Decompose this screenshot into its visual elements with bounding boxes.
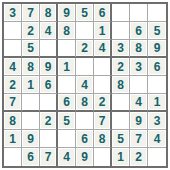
sudoku-page: 3789562481655243894891236216487682418257…: [0, 0, 170, 170]
sudoku-cell[interactable]: 5: [148, 22, 166, 40]
sudoku-cell[interactable]: [112, 22, 130, 40]
sudoku-cell[interactable]: [22, 112, 40, 130]
sudoku-cell[interactable]: [40, 40, 58, 58]
sudoku-cell[interactable]: [40, 130, 58, 148]
sudoku-cell[interactable]: 8: [40, 4, 58, 22]
sudoku-cell[interactable]: 6: [148, 58, 166, 76]
sudoku-cell[interactable]: 9: [40, 58, 58, 76]
sudoku-cell[interactable]: 7: [22, 4, 40, 22]
sudoku-cell[interactable]: 4: [4, 58, 22, 76]
sudoku-cell[interactable]: 2: [4, 76, 22, 94]
sudoku-cell[interactable]: [58, 76, 76, 94]
sudoku-cell[interactable]: 2: [22, 22, 40, 40]
sudoku-cell[interactable]: 7: [40, 148, 58, 166]
sudoku-cell[interactable]: 2: [112, 58, 130, 76]
sudoku-cell[interactable]: [40, 94, 58, 112]
sudoku-cell[interactable]: 5: [22, 40, 40, 58]
sudoku-cell[interactable]: 1: [22, 76, 40, 94]
sudoku-cell[interactable]: 1: [94, 22, 112, 40]
sudoku-cell[interactable]: 6: [58, 94, 76, 112]
sudoku-cell[interactable]: 1: [58, 58, 76, 76]
sudoku-cell[interactable]: [112, 112, 130, 130]
sudoku-cell[interactable]: [112, 4, 130, 22]
sudoku-cell[interactable]: 8: [58, 22, 76, 40]
sudoku-cell[interactable]: 8: [130, 40, 148, 58]
sudoku-cell[interactable]: 2: [130, 148, 148, 166]
sudoku-cell[interactable]: 2: [40, 112, 58, 130]
sudoku-cell[interactable]: [94, 58, 112, 76]
sudoku-cell[interactable]: 8: [76, 94, 94, 112]
sudoku-cell[interactable]: 4: [58, 148, 76, 166]
sudoku-cell[interactable]: 5: [112, 130, 130, 148]
sudoku-cell[interactable]: 7: [94, 112, 112, 130]
sudoku-cell[interactable]: 8: [22, 58, 40, 76]
sudoku-cell[interactable]: [112, 94, 130, 112]
sudoku-cell[interactable]: [148, 4, 166, 22]
sudoku-cell[interactable]: 1: [112, 148, 130, 166]
sudoku-cell[interactable]: 4: [40, 22, 58, 40]
sudoku-cell[interactable]: 6: [94, 4, 112, 22]
sudoku-cell[interactable]: 9: [148, 40, 166, 58]
sudoku-cell[interactable]: 8: [94, 130, 112, 148]
sudoku-cell[interactable]: 9: [58, 4, 76, 22]
sudoku-cell[interactable]: 6: [22, 148, 40, 166]
sudoku-cell[interactable]: 9: [76, 148, 94, 166]
sudoku-cell[interactable]: 9: [130, 112, 148, 130]
sudoku-cell[interactable]: [4, 148, 22, 166]
sudoku-cell[interactable]: 1: [148, 94, 166, 112]
sudoku-cell[interactable]: 3: [4, 4, 22, 22]
sudoku-cell[interactable]: [130, 4, 148, 22]
sudoku-cell[interactable]: 3: [112, 40, 130, 58]
sudoku-cell[interactable]: [58, 130, 76, 148]
sudoku-cell[interactable]: 4: [148, 130, 166, 148]
sudoku-cell[interactable]: 2: [76, 40, 94, 58]
sudoku-cell[interactable]: [76, 22, 94, 40]
sudoku-cell[interactable]: [4, 22, 22, 40]
sudoku-cell[interactable]: [148, 76, 166, 94]
sudoku-cell[interactable]: [76, 112, 94, 130]
sudoku-cell[interactable]: [148, 148, 166, 166]
sudoku-board: 3789562481655243894891236216487682418257…: [2, 2, 168, 168]
sudoku-cell[interactable]: 6: [130, 22, 148, 40]
sudoku-cell[interactable]: 6: [40, 76, 58, 94]
sudoku-cell[interactable]: 5: [76, 4, 94, 22]
sudoku-cell[interactable]: 8: [112, 76, 130, 94]
sudoku-cell[interactable]: 7: [4, 94, 22, 112]
sudoku-cell[interactable]: 4: [76, 76, 94, 94]
sudoku-cell[interactable]: 8: [4, 112, 22, 130]
sudoku-cell[interactable]: [22, 94, 40, 112]
sudoku-cell[interactable]: 2: [94, 94, 112, 112]
sudoku-cell[interactable]: 9: [22, 130, 40, 148]
sudoku-cell[interactable]: 6: [76, 130, 94, 148]
sudoku-cell[interactable]: [58, 40, 76, 58]
sudoku-cell[interactable]: [130, 76, 148, 94]
sudoku-cell[interactable]: 4: [94, 40, 112, 58]
sudoku-cell[interactable]: 1: [4, 130, 22, 148]
sudoku-cell[interactable]: 4: [130, 94, 148, 112]
sudoku-cell[interactable]: 5: [58, 112, 76, 130]
sudoku-cell[interactable]: 3: [130, 58, 148, 76]
sudoku-cell[interactable]: [94, 76, 112, 94]
sudoku-cell[interactable]: [4, 40, 22, 58]
sudoku-cell[interactable]: [94, 148, 112, 166]
sudoku-cell[interactable]: 3: [148, 112, 166, 130]
sudoku-cell[interactable]: 7: [130, 130, 148, 148]
sudoku-cell[interactable]: [76, 58, 94, 76]
